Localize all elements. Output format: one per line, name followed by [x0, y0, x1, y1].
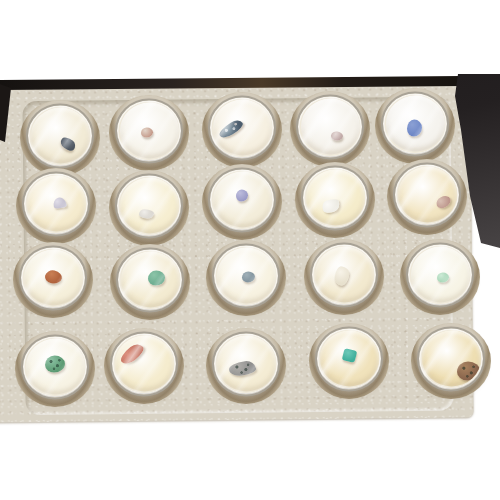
- stone-speckles: [457, 361, 480, 380]
- specimen-jar-r4c3: [212, 331, 280, 396]
- specimen-well-r2c5: [387, 159, 467, 235]
- specimen-jar-r1c3: [208, 95, 276, 160]
- stone-pink-tan: [434, 194, 452, 210]
- wax-base-r1c1: [31, 108, 90, 164]
- stone-turquoise-square: [341, 348, 357, 363]
- specimen-well-r2c3: [202, 164, 282, 240]
- specimen-well-r3c2: [110, 244, 190, 320]
- wax-base-r1c4: [301, 99, 360, 155]
- wax-base-r4c4: [320, 331, 379, 387]
- specimen-well-r4c5: [411, 323, 491, 399]
- wax-base-r4c1: [26, 339, 85, 395]
- specimen-jar-r4c4: [315, 326, 383, 391]
- specimen-jar-r1c2: [115, 98, 183, 163]
- specimen-well-r3c5: [400, 239, 480, 315]
- specimen-well-r1c2: [109, 95, 189, 171]
- specimen-jar-r2c5: [393, 162, 461, 227]
- specimen-grid: [0, 0, 500, 500]
- stone-green-speckled: [45, 355, 65, 372]
- stone-brown: [457, 361, 480, 380]
- specimen-jar-r3c3: [212, 243, 280, 308]
- stone-grey-blue: [242, 271, 255, 282]
- stone-blue: [407, 119, 422, 136]
- stone-speckles: [217, 117, 245, 140]
- wax-base-r2c5: [398, 167, 457, 223]
- stone-tan-pink: [141, 128, 153, 138]
- photo-mineral-specimen-case: [0, 0, 500, 500]
- specimen-well-r3c3: [206, 240, 286, 316]
- specimen-jar-r3c2: [116, 247, 184, 312]
- stone-grey-pumice: [228, 360, 256, 377]
- specimen-well-r2c4: [295, 162, 375, 238]
- specimen-jar-r4c5: [417, 326, 485, 391]
- specimen-well-r4c2: [104, 328, 184, 404]
- wax-base-r2c3: [213, 172, 272, 228]
- wax-base-r4c5: [422, 331, 481, 387]
- specimen-well-r3c4: [304, 239, 384, 315]
- specimen-jar-r3c4: [310, 242, 378, 307]
- wax-base-r4c2: [115, 336, 174, 392]
- stone-orange-brown: [43, 269, 62, 285]
- stone-mint-green: [437, 273, 449, 283]
- specimen-well-r1c3: [202, 92, 282, 168]
- wax-base-r1c2: [120, 103, 179, 159]
- specimen-jar-r2c3: [208, 167, 276, 232]
- stone-pale-pink-grey: [330, 130, 343, 141]
- stone-clear-ivory-shard: [334, 265, 351, 286]
- wax-base-r3c5: [411, 247, 470, 303]
- specimen-jar-r4c2: [110, 331, 178, 396]
- specimen-jar-r2c1: [22, 171, 90, 236]
- wax-base-r2c2: [120, 178, 179, 234]
- specimen-well-r4c1: [15, 331, 95, 407]
- stone-salmon-pink: [118, 341, 146, 367]
- specimen-well-r2c2: [109, 170, 189, 246]
- stone-dark-metallic-grey: [58, 134, 77, 153]
- wax-base-r3c2: [121, 252, 180, 308]
- stone-pale-lilac-grey: [51, 196, 66, 210]
- specimen-jar-r1c1: [26, 103, 94, 168]
- specimen-well-r1c4: [290, 91, 370, 167]
- stone-speckles: [45, 355, 65, 372]
- specimen-jar-r3c5: [406, 242, 474, 307]
- specimen-well-r4c3: [206, 328, 286, 404]
- stone-white-pearl-shard: [320, 197, 341, 215]
- specimen-jar-r2c2: [115, 173, 183, 238]
- wax-base-r4c3: [217, 336, 276, 392]
- specimen-jar-r2c4: [301, 165, 369, 230]
- stone-pale-violet: [236, 190, 248, 202]
- specimen-well-r2c1: [16, 168, 96, 244]
- specimen-jar-r3c1: [19, 245, 87, 310]
- specimen-jar-r1c5: [381, 91, 449, 156]
- specimen-well-r1c5: [375, 88, 455, 164]
- specimen-jar-r1c4: [296, 94, 364, 159]
- wax-base-r3c3: [217, 248, 276, 304]
- wax-base-r2c1: [27, 176, 86, 232]
- stone-clear-white-crystal: [138, 209, 154, 219]
- wax-base-r3c4: [315, 247, 374, 303]
- wax-base-r1c3: [213, 100, 272, 156]
- wax-base-r1c5: [386, 96, 445, 152]
- specimen-well-r4c4: [309, 323, 389, 399]
- stone-speckles: [228, 360, 256, 377]
- wax-base-r3c1: [24, 250, 83, 306]
- specimen-well-r1c1: [20, 100, 100, 176]
- specimen-well-r3c1: [13, 242, 93, 318]
- specimen-jar-r4c1: [21, 334, 89, 399]
- stone-green: [148, 270, 165, 285]
- stone-slate-blue-opal: [217, 117, 245, 140]
- wax-base-r2c4: [306, 170, 365, 226]
